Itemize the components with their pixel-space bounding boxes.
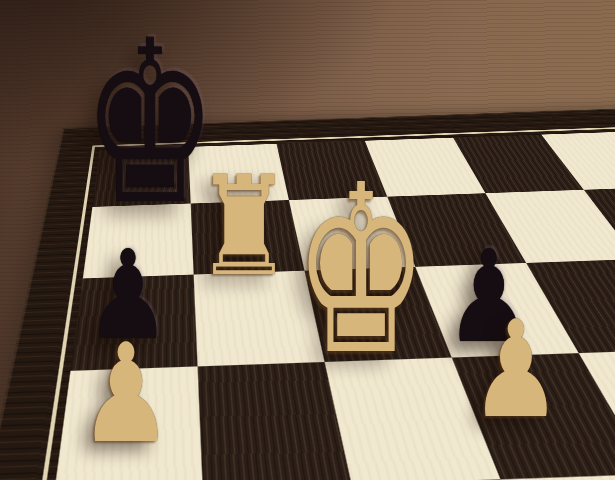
- square-b7[interactable]: [191, 200, 305, 274]
- square-b6[interactable]: [194, 271, 325, 367]
- photo-scene: ♚ ♜ ♚ ♟ ♟ ♟ ♟: [0, 0, 615, 480]
- square-b8[interactable]: [188, 144, 289, 204]
- chess-board-grid: [0, 125, 615, 480]
- board-frame: [0, 102, 615, 480]
- square-a6[interactable]: [70, 275, 197, 371]
- board-perspective-wrap: [100, 122, 615, 480]
- square-a5[interactable]: [54, 366, 203, 480]
- square-a7[interactable]: [83, 204, 194, 279]
- square-a8[interactable]: [92, 147, 190, 207]
